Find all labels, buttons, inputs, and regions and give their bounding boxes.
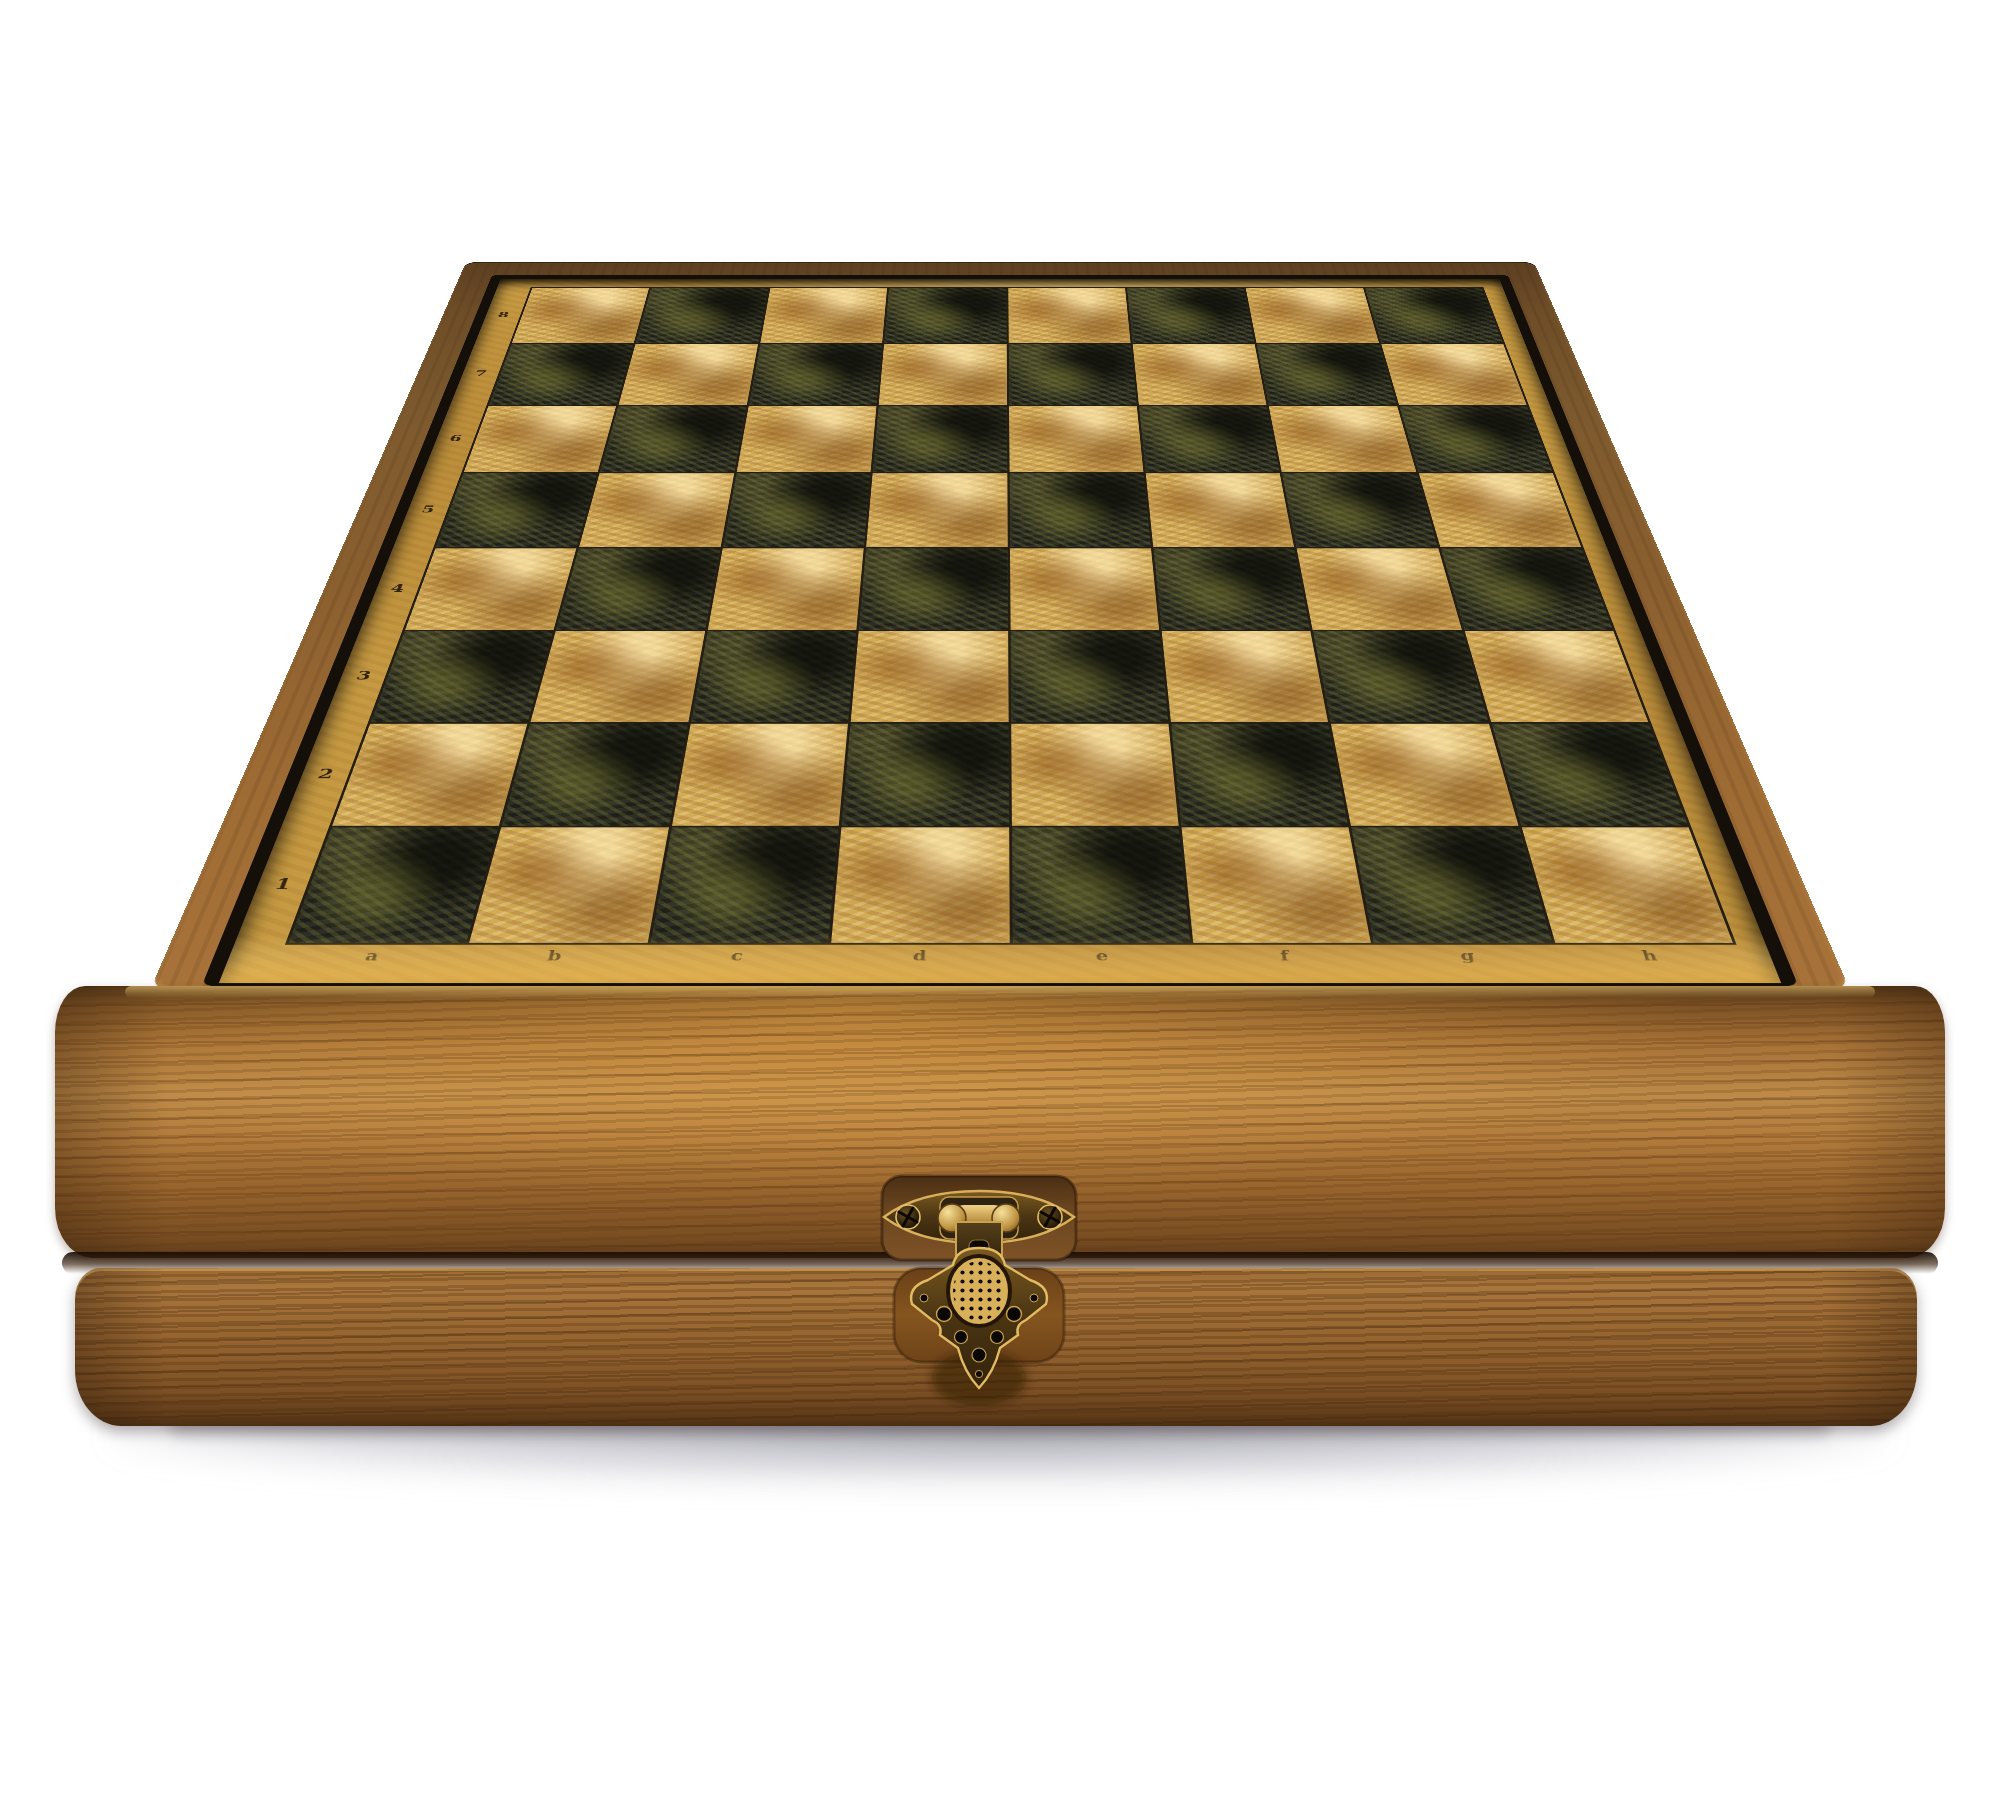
square-a3 xyxy=(371,631,554,722)
square-b2 xyxy=(502,724,688,826)
square-d3 xyxy=(851,631,1008,722)
square-h3 xyxy=(1464,631,1648,722)
square-f5 xyxy=(1146,474,1295,547)
square-h6 xyxy=(1399,406,1553,473)
square-g2 xyxy=(1331,724,1518,826)
square-e4 xyxy=(1010,548,1159,630)
square-c6 xyxy=(736,406,876,473)
square-e1 xyxy=(1011,827,1190,942)
square-e3 xyxy=(1010,631,1168,722)
board-top-surface: 87654321 abcdefgh xyxy=(150,262,1850,990)
square-b5 xyxy=(579,474,734,547)
square-c5 xyxy=(723,474,871,547)
square-d5 xyxy=(866,474,1007,547)
square-h7 xyxy=(1381,344,1526,405)
square-h5 xyxy=(1419,474,1581,547)
square-f2 xyxy=(1171,724,1348,826)
square-b1 xyxy=(469,827,668,942)
board-paper: 87654321 abcdefgh xyxy=(219,279,1782,984)
file-label-f: f xyxy=(1192,945,1381,984)
square-a2 xyxy=(332,724,528,826)
square-e6 xyxy=(1009,406,1144,473)
square-a5 xyxy=(436,474,598,547)
square-c4 xyxy=(708,548,864,630)
square-a8 xyxy=(512,288,650,343)
square-c3 xyxy=(691,631,857,722)
square-b4 xyxy=(556,548,720,630)
square-h8 xyxy=(1365,288,1503,343)
square-b3 xyxy=(531,631,705,722)
chess-box: 87654321 abcdefgh xyxy=(0,0,2000,1800)
square-e7 xyxy=(1008,344,1136,405)
square-c1 xyxy=(650,827,838,942)
square-f3 xyxy=(1162,631,1329,722)
square-g6 xyxy=(1269,406,1416,473)
file-label-c: c xyxy=(641,945,830,984)
square-h2 xyxy=(1491,724,1688,826)
square-g3 xyxy=(1313,631,1488,722)
file-label-g: g xyxy=(1374,945,1567,984)
square-f7 xyxy=(1133,344,1267,405)
square-g8 xyxy=(1246,288,1379,343)
square-c2 xyxy=(672,724,848,826)
file-label-e: e xyxy=(1011,945,1196,984)
board-squares xyxy=(285,287,1737,945)
square-a7 xyxy=(489,344,634,405)
file-label-a: a xyxy=(271,945,467,984)
square-d8 xyxy=(884,288,1006,343)
square-d6 xyxy=(873,406,1007,473)
square-a6 xyxy=(464,406,617,473)
square-f4 xyxy=(1153,548,1310,630)
square-b6 xyxy=(600,406,746,473)
square-d1 xyxy=(831,827,1009,942)
square-f1 xyxy=(1181,827,1371,942)
square-g5 xyxy=(1282,474,1437,547)
file-label-h: h xyxy=(1555,945,1751,984)
square-b8 xyxy=(636,288,768,343)
square-d7 xyxy=(879,344,1007,405)
square-c8 xyxy=(760,288,887,343)
square-e2 xyxy=(1011,724,1179,826)
square-f8 xyxy=(1127,288,1255,343)
square-g4 xyxy=(1297,548,1462,630)
square-e8 xyxy=(1008,288,1130,343)
file-label-d: d xyxy=(826,945,1011,984)
square-f6 xyxy=(1139,406,1280,473)
file-label-b: b xyxy=(456,945,648,984)
square-g1 xyxy=(1351,827,1552,942)
square-d4 xyxy=(859,548,1008,630)
file-labels: abcdefgh xyxy=(271,945,1752,984)
hasp-screw-left xyxy=(896,1205,920,1229)
square-b7 xyxy=(619,344,758,405)
square-g7 xyxy=(1257,344,1397,405)
board-inner-gap: 87654321 abcdefgh xyxy=(202,275,1799,986)
square-h4 xyxy=(1440,548,1612,630)
square-h1 xyxy=(1521,827,1732,942)
square-e5 xyxy=(1009,474,1151,547)
square-a4 xyxy=(405,548,577,630)
product-photo-stage: 87654321 abcdefgh xyxy=(0,0,2000,1800)
latch-assembly xyxy=(868,1142,1090,1420)
hasp-screw-right xyxy=(1038,1205,1062,1229)
square-c7 xyxy=(749,344,882,405)
square-d2 xyxy=(842,724,1009,826)
